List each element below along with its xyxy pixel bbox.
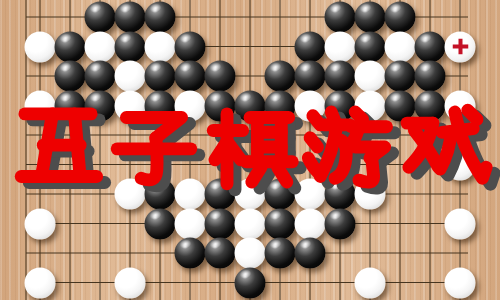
stone-black (325, 61, 356, 92)
stone-white (355, 267, 386, 298)
stone-black (385, 61, 416, 92)
stone-black (175, 61, 206, 92)
stone-white (235, 238, 266, 269)
stone-black (205, 208, 236, 239)
stone-black (265, 208, 296, 239)
stone-black (205, 61, 236, 92)
stone-white (175, 208, 206, 239)
stone-black (145, 2, 176, 33)
stone-black (205, 238, 236, 269)
stone-black (145, 208, 176, 239)
stone-white-cursor (445, 31, 476, 62)
stone-black (415, 61, 446, 92)
stone-white (325, 31, 356, 62)
stone-white (115, 61, 146, 92)
stone-black (265, 61, 296, 92)
stone-black (265, 238, 296, 269)
stone-white (295, 208, 326, 239)
cursor-target-icon (452, 39, 468, 55)
stone-black (295, 61, 326, 92)
stone-black (385, 2, 416, 33)
stone-black (145, 61, 176, 92)
stone-white (385, 31, 416, 62)
stone-black (415, 31, 446, 62)
stone-black (295, 238, 326, 269)
gomoku-board[interactable]: 五子棋游戏 (0, 0, 500, 300)
stone-black (235, 267, 266, 298)
stone-black (55, 61, 86, 92)
stone-black (325, 208, 356, 239)
stone-black (325, 2, 356, 33)
game-title (0, 98, 500, 203)
stone-black (295, 31, 326, 62)
stone-black (175, 238, 206, 269)
stone-white (25, 31, 56, 62)
stone-white (25, 208, 56, 239)
stone-white (445, 208, 476, 239)
stone-black (115, 31, 146, 62)
stone-white (355, 61, 386, 92)
stone-white (85, 31, 116, 62)
stone-black (175, 31, 206, 62)
stone-white (145, 31, 176, 62)
stone-white (445, 267, 476, 298)
stone-white (235, 208, 266, 239)
stone-white (115, 267, 146, 298)
stone-black (115, 2, 146, 33)
stone-white (25, 267, 56, 298)
stone-black (55, 31, 86, 62)
stone-black (355, 31, 386, 62)
stone-black (85, 2, 116, 33)
stone-black (355, 2, 386, 33)
stone-black (85, 61, 116, 92)
